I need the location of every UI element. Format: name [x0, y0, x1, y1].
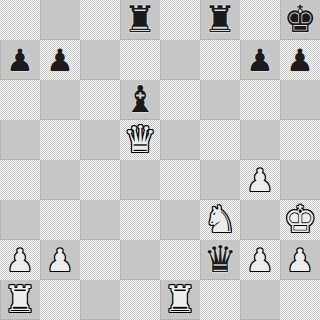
white-queen[interactable]: ♛: [120, 120, 160, 160]
square-e5[interactable]: [160, 120, 200, 160]
square-d7[interactable]: [120, 40, 160, 80]
square-b7[interactable]: ♟: [40, 40, 80, 80]
square-d6[interactable]: ♝: [120, 80, 160, 120]
square-e6[interactable]: [160, 80, 200, 120]
black-king[interactable]: ♚: [280, 0, 320, 40]
square-d4[interactable]: [120, 160, 160, 200]
square-b3[interactable]: [40, 200, 80, 240]
black-queen[interactable]: ♛: [200, 240, 240, 280]
square-e2[interactable]: [160, 240, 200, 280]
square-a5[interactable]: [0, 120, 40, 160]
square-a6[interactable]: [0, 80, 40, 120]
square-g1[interactable]: [240, 280, 280, 320]
square-h8[interactable]: ♚: [280, 0, 320, 40]
square-c5[interactable]: [80, 120, 120, 160]
square-h2[interactable]: ♟: [280, 240, 320, 280]
square-a7[interactable]: ♟: [0, 40, 40, 80]
square-g2[interactable]: ♟: [240, 240, 280, 280]
white-pawn[interactable]: ♟: [240, 160, 280, 200]
square-f1[interactable]: [200, 280, 240, 320]
square-g5[interactable]: [240, 120, 280, 160]
square-d8[interactable]: ♜: [120, 0, 160, 40]
square-e8[interactable]: [160, 0, 200, 40]
white-rook[interactable]: ♜: [0, 280, 40, 320]
square-c6[interactable]: [80, 80, 120, 120]
square-f5[interactable]: [200, 120, 240, 160]
square-a3[interactable]: [0, 200, 40, 240]
black-rook[interactable]: ♜: [120, 0, 160, 40]
square-g4[interactable]: ♟: [240, 160, 280, 200]
square-a4[interactable]: [0, 160, 40, 200]
square-a1[interactable]: ♜: [0, 280, 40, 320]
square-f4[interactable]: [200, 160, 240, 200]
square-h5[interactable]: [280, 120, 320, 160]
square-h7[interactable]: ♟: [280, 40, 320, 80]
square-d3[interactable]: [120, 200, 160, 240]
square-h4[interactable]: [280, 160, 320, 200]
square-c7[interactable]: [80, 40, 120, 80]
square-d5[interactable]: ♛: [120, 120, 160, 160]
white-pawn[interactable]: ♟: [0, 240, 40, 280]
square-f3[interactable]: ♞: [200, 200, 240, 240]
square-h1[interactable]: [280, 280, 320, 320]
square-g3[interactable]: [240, 200, 280, 240]
square-b2[interactable]: ♟: [40, 240, 80, 280]
square-e7[interactable]: [160, 40, 200, 80]
square-d1[interactable]: [120, 280, 160, 320]
square-e3[interactable]: [160, 200, 200, 240]
square-f6[interactable]: [200, 80, 240, 120]
square-c2[interactable]: [80, 240, 120, 280]
square-b4[interactable]: [40, 160, 80, 200]
square-b6[interactable]: [40, 80, 80, 120]
square-b8[interactable]: [40, 0, 80, 40]
square-g6[interactable]: [240, 80, 280, 120]
black-bishop[interactable]: ♝: [120, 80, 160, 120]
square-c4[interactable]: [80, 160, 120, 200]
square-f8[interactable]: ♜: [200, 0, 240, 40]
white-rook[interactable]: ♜: [160, 280, 200, 320]
white-pawn[interactable]: ♟: [240, 240, 280, 280]
square-g7[interactable]: ♟: [240, 40, 280, 80]
black-pawn[interactable]: ♟: [40, 40, 80, 80]
square-c8[interactable]: [80, 0, 120, 40]
square-h3[interactable]: ♚: [280, 200, 320, 240]
black-pawn[interactable]: ♟: [240, 40, 280, 80]
square-c1[interactable]: [80, 280, 120, 320]
square-a2[interactable]: ♟: [0, 240, 40, 280]
white-king[interactable]: ♚: [280, 200, 320, 240]
square-g8[interactable]: [240, 0, 280, 40]
square-h6[interactable]: [280, 80, 320, 120]
black-pawn[interactable]: ♟: [0, 40, 40, 80]
square-b5[interactable]: [40, 120, 80, 160]
black-pawn[interactable]: ♟: [280, 40, 320, 80]
square-f7[interactable]: [200, 40, 240, 80]
square-e4[interactable]: [160, 160, 200, 200]
black-rook[interactable]: ♜: [200, 0, 240, 40]
white-pawn[interactable]: ♟: [280, 240, 320, 280]
square-a8[interactable]: [0, 0, 40, 40]
chess-board: ♜♜♚♟♟♟♟♝♛♟♞♚♟♟♛♟♟♜♜: [0, 0, 320, 320]
square-b1[interactable]: [40, 280, 80, 320]
square-e1[interactable]: ♜: [160, 280, 200, 320]
square-c3[interactable]: [80, 200, 120, 240]
square-f2[interactable]: ♛: [200, 240, 240, 280]
square-d2[interactable]: [120, 240, 160, 280]
white-pawn[interactable]: ♟: [40, 240, 80, 280]
white-knight[interactable]: ♞: [200, 200, 240, 240]
